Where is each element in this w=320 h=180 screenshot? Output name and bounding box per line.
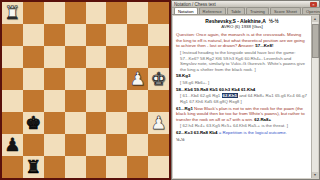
square-f3[interactable]: [106, 112, 127, 134]
square-h5[interactable]: ♚: [148, 68, 169, 90]
square-a1[interactable]: [2, 156, 23, 178]
white-pawn[interactable]: ♟: [130, 70, 146, 88]
square-h4[interactable]: [148, 90, 169, 112]
square-c2[interactable]: [44, 134, 65, 156]
game-result: ½-½: [176, 137, 185, 142]
variation-run[interactable]: [ 58.g6 Rb6+- ]: [180, 80, 209, 85]
tab-table[interactable]: Table: [227, 7, 245, 14]
notation-block: 58.Kg3: [176, 73, 308, 79]
evaluation-note: = Repetition is the logical outcome.: [219, 130, 287, 135]
square-f1[interactable]: [106, 156, 127, 178]
square-e6[interactable]: [86, 46, 107, 68]
white-pawn[interactable]: ♟: [150, 114, 166, 132]
square-f8[interactable]: [106, 2, 127, 24]
square-f6[interactable]: [106, 46, 127, 68]
square-g4[interactable]: [127, 90, 148, 112]
square-c8[interactable]: [44, 2, 65, 24]
scroll-track[interactable]: [312, 22, 319, 172]
square-b8[interactable]: [23, 2, 44, 24]
square-g3[interactable]: [127, 112, 148, 134]
square-d5[interactable]: [65, 68, 86, 90]
notation-block: [ 62.h4 Rc4+ 63.Kg5 Rc5+ 64.Kh6 Ra5-+ is…: [176, 123, 308, 129]
notation-block: 61...Rg1 Now Black's plan is not to win …: [176, 106, 308, 123]
move-run[interactable]: 61...Rg1: [176, 106, 194, 111]
square-e1[interactable]: [86, 156, 107, 178]
square-h7[interactable]: [148, 24, 169, 46]
scroll-thumb[interactable]: [312, 24, 319, 58]
square-e7[interactable]: [86, 24, 107, 46]
square-d6[interactable]: [65, 46, 86, 68]
notation-window: Notation / Chess text × NotationReferenc…: [171, 0, 320, 180]
square-c6[interactable]: [44, 46, 65, 68]
square-c3[interactable]: [44, 112, 65, 134]
square-g5[interactable]: ♟: [127, 68, 148, 90]
square-f7[interactable]: [106, 24, 127, 46]
square-g6[interactable]: [127, 46, 148, 68]
tab-score-sheet[interactable]: Score Sheet: [270, 7, 301, 14]
white-rook[interactable]: ♜: [4, 4, 20, 22]
notation-block: 58...Kb6 59.Ra8 Kb5 60.h3 Kb4 61.Kh4: [176, 87, 308, 93]
square-b6[interactable]: [23, 46, 44, 68]
selected-move[interactable]: 62.Kh5: [222, 93, 238, 98]
square-d7[interactable]: [65, 24, 86, 46]
square-a6[interactable]: [2, 46, 23, 68]
square-a8[interactable]: ♜: [2, 2, 23, 24]
chess-board-frame: ♜♟♚♚♟♟♜: [0, 0, 171, 180]
notation-tabbar: NotationReferenceTableTrainingScore Shee…: [172, 8, 319, 15]
square-b3[interactable]: ♚: [23, 112, 44, 134]
variation-run[interactable]: [ Instead heading to the kingside would …: [180, 50, 305, 72]
game-header-event: AVRO (6) 1938 [Gus]: [176, 24, 308, 30]
square-h8[interactable]: [148, 2, 169, 24]
notation-block: 62...Kc3 63.Ra8 Kb4 = Repetition is the …: [176, 130, 308, 136]
comment-run: Question: Once again, the monarch is at …: [176, 32, 305, 48]
game-result-header: ½-½: [269, 18, 279, 24]
black-king[interactable]: ♚: [25, 114, 41, 132]
square-g8[interactable]: [127, 2, 148, 24]
move-run[interactable]: 62.Ra8+: [254, 117, 271, 122]
square-f4[interactable]: [106, 90, 127, 112]
square-b5[interactable]: [23, 68, 44, 90]
window-title: Notation / Chess text: [174, 2, 216, 7]
notation-block: ½-½: [176, 137, 308, 143]
variation-run[interactable]: [ 61...Kb4 62.g6 Rg1: [180, 93, 222, 98]
square-d4[interactable]: [65, 90, 86, 112]
notation-block: [ 58.g6 Rb6+- ]: [176, 80, 308, 86]
square-e2[interactable]: [86, 134, 107, 156]
square-e5[interactable]: [86, 68, 107, 90]
square-h3[interactable]: ♟: [148, 112, 169, 134]
notation-text: Question: Once again, the monarch is at …: [176, 32, 308, 142]
tab-training[interactable]: Training: [246, 7, 269, 14]
square-g2[interactable]: [127, 134, 148, 156]
move-run[interactable]: 62...Kc3 63.Ra8 Kb4: [176, 130, 219, 135]
black-rook[interactable]: ♜: [25, 158, 41, 176]
square-e3[interactable]: [86, 112, 107, 134]
tab-openings-book[interactable]: Openings Book: [302, 7, 320, 14]
close-icon[interactable]: ×: [310, 2, 317, 7]
square-c1[interactable]: [44, 156, 65, 178]
move-run[interactable]: 58...Kb6 59.Ra8 Kb5 60.h3 Kb4 61.Kh4: [176, 87, 255, 92]
square-a3[interactable]: [2, 112, 23, 134]
square-g7[interactable]: [127, 24, 148, 46]
tab-reference[interactable]: Reference: [199, 7, 226, 14]
square-g1[interactable]: [127, 156, 148, 178]
square-a4[interactable]: [2, 90, 23, 112]
square-e8[interactable]: [86, 2, 107, 24]
square-d8[interactable]: [65, 2, 86, 24]
square-a7[interactable]: [2, 24, 23, 46]
tab-notation[interactable]: Notation: [174, 7, 198, 14]
square-c7[interactable]: [44, 24, 65, 46]
square-b7[interactable]: [23, 24, 44, 46]
black-pawn[interactable]: ♟: [4, 136, 20, 154]
variation-run[interactable]: [ 62.h4 Rc4+ 63.Kg5 Rc5+ 64.Kh6 Ra5-+ is…: [180, 123, 288, 128]
notation-block: [ Instead heading to the kingside would …: [176, 50, 308, 73]
square-f2[interactable]: [106, 134, 127, 156]
square-h6[interactable]: [148, 46, 169, 68]
square-b4[interactable]: [23, 90, 44, 112]
square-f5[interactable]: [106, 68, 127, 90]
square-c4[interactable]: [44, 90, 65, 112]
square-h1[interactable]: [148, 156, 169, 178]
chess-board[interactable]: ♜♟♚♚♟♟♜: [2, 2, 169, 178]
notation-block: Question: Once again, the monarch is at …: [176, 32, 308, 49]
square-e4[interactable]: [86, 90, 107, 112]
square-d3[interactable]: [65, 112, 86, 134]
notation-content[interactable]: Reshevsky,S - Alekhine,A ½-½ AVRO (6) 19…: [173, 16, 311, 178]
move-run[interactable]: 58.Kg3: [176, 73, 190, 78]
scrollbar[interactable]: ▲ ▼: [311, 16, 318, 178]
square-b1[interactable]: ♜: [23, 156, 44, 178]
square-a2[interactable]: ♟: [2, 134, 23, 156]
notation-block: [ 61...Kb4 62.g6 Rg1 62.Kh5 and 64.Rb8+ …: [176, 93, 308, 104]
move-run[interactable]: 57...Ke8!: [255, 43, 273, 48]
square-c5[interactable]: [44, 68, 65, 90]
white-king[interactable]: ♚: [150, 70, 166, 88]
square-b2[interactable]: [23, 134, 44, 156]
square-d1[interactable]: [65, 156, 86, 178]
square-h2[interactable]: [148, 134, 169, 156]
scroll-down-icon[interactable]: ▼: [312, 172, 319, 178]
comment-run: Now Black's plan is not to win the rook …: [176, 106, 305, 122]
square-d2[interactable]: [65, 134, 86, 156]
square-a5[interactable]: [2, 68, 23, 90]
